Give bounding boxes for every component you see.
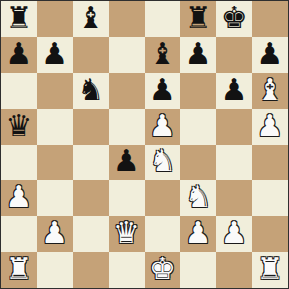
square-d8[interactable] (109, 1, 145, 37)
piece-white-king: ♚ (149, 254, 176, 284)
square-e2[interactable] (145, 216, 181, 252)
square-a1[interactable]: ♜ (1, 252, 37, 288)
piece-black-pawn: ♟ (5, 39, 32, 69)
square-f4[interactable] (180, 145, 216, 181)
square-e1[interactable]: ♚ (145, 252, 181, 288)
square-g8[interactable]: ♚ (216, 1, 252, 37)
square-d3[interactable] (109, 180, 145, 216)
square-a7[interactable]: ♟ (1, 37, 37, 73)
square-g7[interactable] (216, 37, 252, 73)
piece-black-knight: ♞ (77, 75, 104, 105)
square-g5[interactable] (216, 109, 252, 145)
square-b7[interactable]: ♟ (37, 37, 73, 73)
square-a5[interactable]: ♛ (1, 109, 37, 145)
square-e5[interactable]: ♟ (145, 109, 181, 145)
square-e7[interactable]: ♝ (145, 37, 181, 73)
square-f3[interactable]: ♞ (180, 180, 216, 216)
square-c2[interactable] (73, 216, 109, 252)
square-h6[interactable]: ♝ (252, 73, 288, 109)
square-e6[interactable]: ♟ (145, 73, 181, 109)
square-f5[interactable] (180, 109, 216, 145)
piece-white-pawn: ♟ (257, 111, 284, 141)
square-d2[interactable]: ♛ (109, 216, 145, 252)
square-f6[interactable] (180, 73, 216, 109)
square-g3[interactable] (216, 180, 252, 216)
square-e4[interactable]: ♞ (145, 145, 181, 181)
square-b2[interactable]: ♟ (37, 216, 73, 252)
chess-board: ♜♝♜♚♟♟♝♟♟♞♟♟♝♛♟♟♟♞♟♞♟♛♟♟♜♚♜ (0, 0, 289, 289)
square-f2[interactable]: ♟ (180, 216, 216, 252)
piece-black-pawn: ♟ (113, 146, 140, 176)
square-h7[interactable]: ♟ (252, 37, 288, 73)
square-g2[interactable]: ♟ (216, 216, 252, 252)
square-a6[interactable] (1, 73, 37, 109)
piece-black-pawn: ♟ (185, 39, 212, 69)
square-c6[interactable]: ♞ (73, 73, 109, 109)
square-h8[interactable] (252, 1, 288, 37)
square-b1[interactable] (37, 252, 73, 288)
square-b4[interactable] (37, 145, 73, 181)
piece-white-pawn: ♟ (5, 182, 32, 212)
square-h2[interactable] (252, 216, 288, 252)
piece-black-bishop: ♝ (77, 3, 104, 33)
square-c5[interactable] (73, 109, 109, 145)
piece-black-king: ♚ (221, 3, 248, 33)
piece-white-rook: ♜ (257, 254, 284, 284)
piece-black-pawn: ♟ (149, 75, 176, 105)
piece-black-queen: ♛ (5, 111, 32, 141)
square-d5[interactable] (109, 109, 145, 145)
piece-black-pawn: ♟ (257, 39, 284, 69)
square-f8[interactable]: ♜ (180, 1, 216, 37)
piece-black-bishop: ♝ (149, 39, 176, 69)
square-e3[interactable] (145, 180, 181, 216)
square-a8[interactable]: ♜ (1, 1, 37, 37)
piece-white-pawn: ♟ (41, 218, 68, 248)
square-a4[interactable] (1, 145, 37, 181)
piece-white-pawn: ♟ (221, 218, 248, 248)
piece-white-pawn: ♟ (185, 218, 212, 248)
square-h3[interactable] (252, 180, 288, 216)
square-f1[interactable] (180, 252, 216, 288)
square-f7[interactable]: ♟ (180, 37, 216, 73)
square-b8[interactable] (37, 1, 73, 37)
square-d6[interactable] (109, 73, 145, 109)
square-a3[interactable]: ♟ (1, 180, 37, 216)
piece-white-bishop: ♝ (257, 75, 284, 105)
piece-black-pawn: ♟ (41, 39, 68, 69)
square-b5[interactable] (37, 109, 73, 145)
square-h5[interactable]: ♟ (252, 109, 288, 145)
square-d7[interactable] (109, 37, 145, 73)
square-c7[interactable] (73, 37, 109, 73)
square-g1[interactable] (216, 252, 252, 288)
square-b3[interactable] (37, 180, 73, 216)
piece-white-queen: ♛ (113, 218, 140, 248)
square-a2[interactable] (1, 216, 37, 252)
square-h1[interactable]: ♜ (252, 252, 288, 288)
piece-black-rook: ♜ (5, 3, 32, 33)
piece-white-pawn: ♟ (149, 111, 176, 141)
square-g4[interactable] (216, 145, 252, 181)
square-d4[interactable]: ♟ (109, 145, 145, 181)
piece-white-knight: ♞ (149, 146, 176, 176)
piece-black-pawn: ♟ (221, 75, 248, 105)
square-d1[interactable] (109, 252, 145, 288)
piece-black-rook: ♜ (185, 3, 212, 33)
square-c8[interactable]: ♝ (73, 1, 109, 37)
square-b6[interactable] (37, 73, 73, 109)
square-e8[interactable] (145, 1, 181, 37)
piece-white-knight: ♞ (185, 182, 212, 212)
piece-white-rook: ♜ (5, 254, 32, 284)
square-h4[interactable] (252, 145, 288, 181)
square-c1[interactable] (73, 252, 109, 288)
square-g6[interactable]: ♟ (216, 73, 252, 109)
square-c4[interactable] (73, 145, 109, 181)
square-c3[interactable] (73, 180, 109, 216)
